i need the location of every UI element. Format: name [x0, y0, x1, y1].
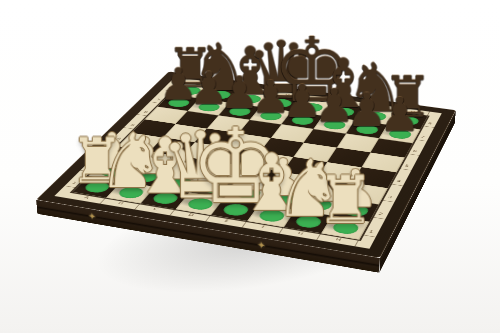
product-photo-stage: ♜♞♝♛♚♝♞♜♟♟♟♟♟♟♟♟♟♟♟♟♟♟♟♟♜♞♝♛♚♝♞♜ AABBCCD… [0, 0, 500, 333]
rank-label-right-2: 2 [372, 210, 389, 218]
perspective-scene: ♜♞♝♛♚♝♞♜♟♟♟♟♟♟♟♟♟♟♟♟♟♟♟♟♜♞♝♛♚♝♞♜ AABBCCD… [0, 0, 500, 333]
square-h7: ♟ [379, 125, 420, 143]
piece-black-pawn: ♟ [380, 96, 421, 134]
brass-clasp-center: ✦ [257, 239, 266, 251]
rank-label-right-3: 3 [382, 193, 398, 201]
brass-clasp-left: ✦ [88, 210, 97, 222]
square-h1: ♜ [321, 216, 369, 240]
rank-label-right-4: 4 [391, 178, 407, 185]
rank-label-right-5: 5 [399, 162, 414, 169]
rank-label-right-6: 6 [407, 148, 422, 155]
rank-label-right-7: 7 [415, 134, 430, 140]
piece-white-rook: ♜ [316, 173, 374, 227]
rank-label-right-8: 8 [423, 121, 437, 127]
chess-board: ♜♞♝♛♚♝♞♜♟♟♟♟♟♟♟♟♟♟♟♟♟♟♟♟♜♞♝♛♚♝♞♜ AABBCCD… [36, 72, 456, 258]
